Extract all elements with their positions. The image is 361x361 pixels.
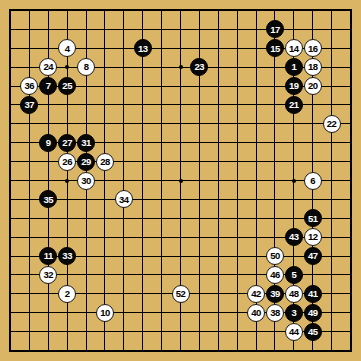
stone-46: 46	[266, 266, 284, 284]
stone-14: 14	[285, 39, 303, 57]
stone-9: 9	[39, 134, 57, 152]
go-board-diagram: 1234567891011121314151617181920212223242…	[0, 0, 361, 361]
stone-47: 47	[304, 247, 322, 265]
stone-27: 27	[58, 134, 76, 152]
stone-42: 42	[247, 285, 265, 303]
star-point	[179, 65, 183, 69]
grid-line-horizontal	[10, 218, 351, 219]
stone-21: 21	[285, 96, 303, 114]
stone-41: 41	[304, 285, 322, 303]
stone-52: 52	[172, 285, 190, 303]
stone-28: 28	[96, 153, 114, 171]
stone-3: 3	[285, 304, 303, 322]
stone-2: 2	[58, 285, 76, 303]
stone-1: 1	[285, 58, 303, 76]
stone-22: 22	[323, 115, 341, 133]
stone-44: 44	[285, 323, 303, 341]
stone-31: 31	[77, 134, 95, 152]
stone-26: 26	[58, 153, 76, 171]
stone-48: 48	[285, 285, 303, 303]
star-point	[179, 179, 183, 183]
stone-50: 50	[266, 247, 284, 265]
grid-line-vertical	[237, 10, 238, 351]
stone-43: 43	[285, 228, 303, 246]
stone-12: 12	[304, 228, 322, 246]
stone-20: 20	[304, 77, 322, 95]
star-point	[292, 179, 296, 183]
stone-5: 5	[285, 266, 303, 284]
stone-38: 38	[266, 304, 284, 322]
stone-13: 13	[134, 39, 152, 57]
grid-line-vertical	[218, 10, 219, 351]
star-point	[65, 179, 69, 183]
stone-40: 40	[247, 304, 265, 322]
grid-line-horizontal	[10, 199, 351, 200]
stone-18: 18	[304, 58, 322, 76]
stone-49: 49	[304, 304, 322, 322]
stone-30: 30	[77, 172, 95, 190]
stone-51: 51	[304, 209, 322, 227]
stone-6: 6	[304, 172, 322, 190]
grid-line-vertical	[331, 10, 332, 351]
stone-45: 45	[304, 323, 322, 341]
stone-16: 16	[304, 39, 322, 57]
stone-29: 29	[77, 153, 95, 171]
stone-10: 10	[96, 304, 114, 322]
stone-19: 19	[285, 77, 303, 95]
stone-39: 39	[266, 285, 284, 303]
